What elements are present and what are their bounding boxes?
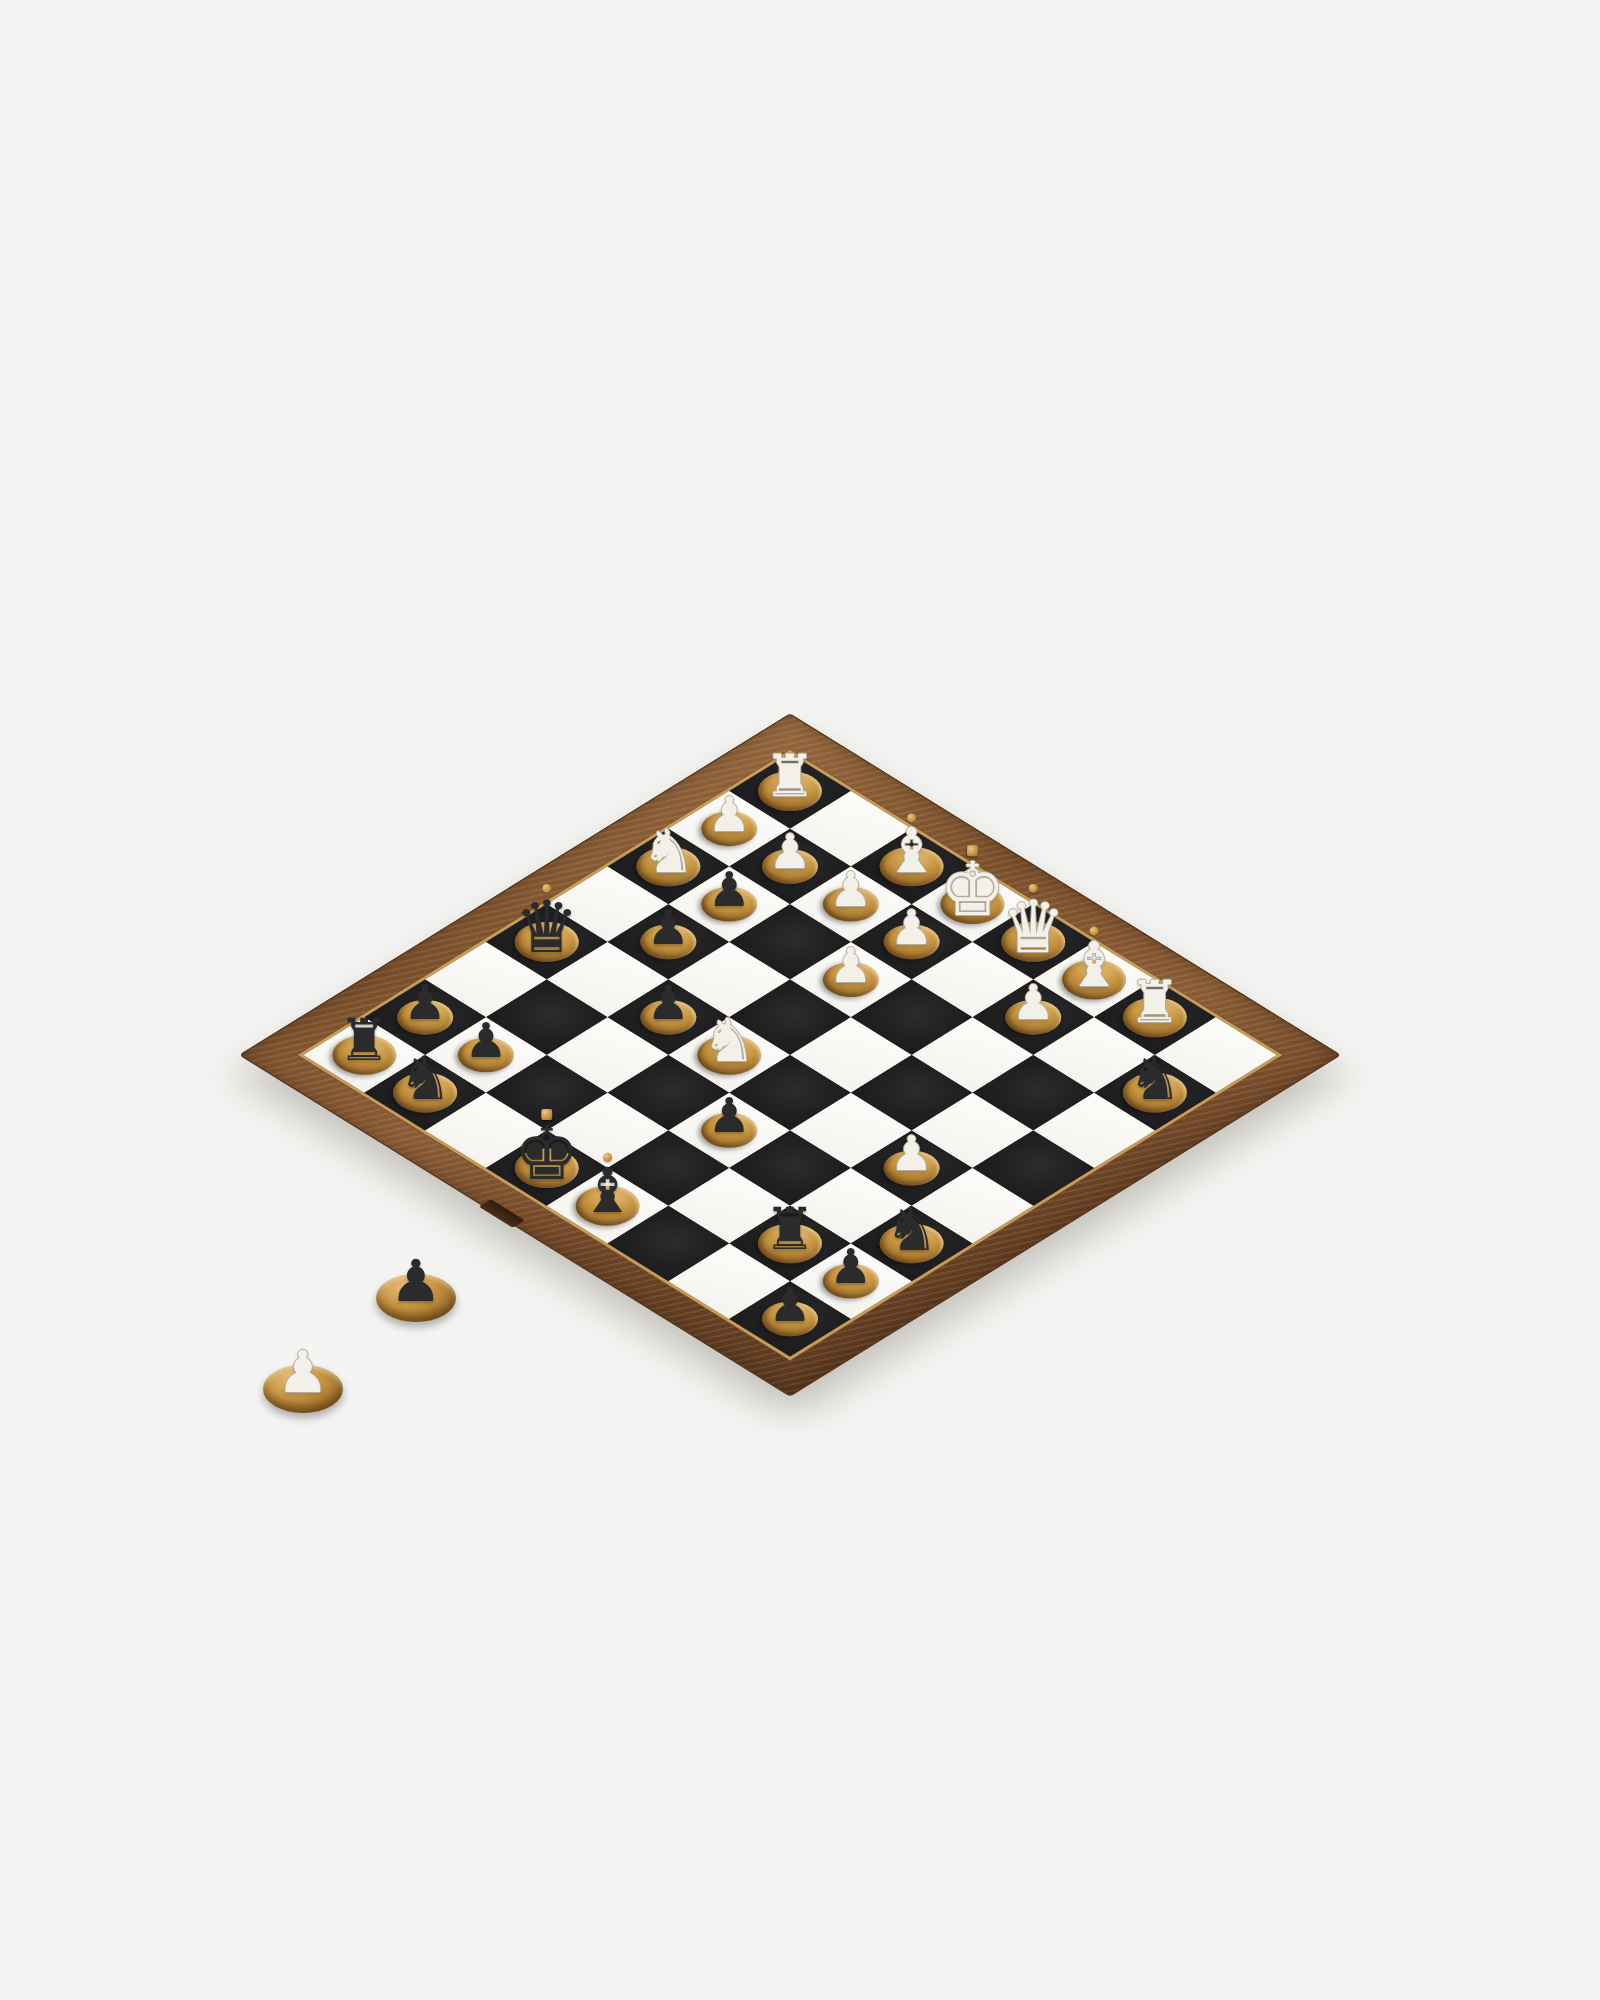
- frame-notch: [479, 1199, 525, 1227]
- white-pawn-glyph: ♟: [1012, 978, 1055, 1026]
- white-pawn[interactable]: ♟: [808, 922, 894, 1008]
- white-pawn-glyph: ♟: [277, 1343, 329, 1401]
- black-knight[interactable]: ♞: [1112, 1035, 1198, 1121]
- gold-finial-icon: [907, 813, 916, 822]
- gold-finial-icon: [541, 1109, 552, 1120]
- white-rook[interactable]: ♜: [1112, 959, 1198, 1045]
- captured-white-pawn[interactable]: ♟: [255, 1283, 351, 1413]
- black-pawn-glyph: ♟: [647, 903, 690, 951]
- black-bishop[interactable]: ♝: [565, 1148, 651, 1234]
- captured-black-pawn[interactable]: ♟: [368, 1192, 464, 1322]
- black-bishop-glyph: ♝: [580, 1160, 636, 1222]
- gold-finial-icon: [1029, 884, 1038, 893]
- black-pawn-glyph: ♟: [390, 1252, 442, 1310]
- black-pawn[interactable]: ♟: [686, 1072, 772, 1158]
- black-pawn[interactable]: ♟: [625, 884, 711, 970]
- white-pawn-glyph: ♟: [890, 903, 933, 951]
- white-knight[interactable]: ♞: [686, 997, 772, 1083]
- black-pawn-glyph: ♟: [708, 1091, 751, 1139]
- black-knight[interactable]: ♞: [382, 1035, 468, 1121]
- white-pawn[interactable]: ♟: [869, 1110, 955, 1196]
- page-background: ♜♝♚♛♝♜♟♟♟♟♟♞♞♟♟♟♛♟♞♟♟♞♟♟♜♟♜♞♚♝♟ ♟♟: [0, 0, 1600, 2000]
- black-pawn-glyph: ♟: [768, 1280, 811, 1328]
- white-pawn-glyph: ♟: [708, 790, 751, 838]
- gold-finial-icon: [603, 1153, 612, 1162]
- black-queen[interactable]: ♛: [504, 884, 590, 970]
- black-pawn-glyph: ♟: [708, 865, 751, 913]
- gold-finial-icon: [967, 845, 978, 856]
- black-knight-glyph: ♞: [1128, 1048, 1182, 1108]
- black-knight-glyph: ♞: [398, 1048, 452, 1108]
- white-pawn[interactable]: ♟: [990, 959, 1076, 1045]
- white-pawn-glyph: ♟: [829, 941, 872, 989]
- board-scene: ♜♝♚♛♝♜♟♟♟♟♟♞♞♟♟♟♛♟♞♟♟♞♟♟♜♟♜♞♚♝♟: [400, 813, 1180, 1297]
- white-pawn-glyph: ♟: [890, 1129, 933, 1177]
- white-pawn-glyph: ♟: [829, 865, 872, 913]
- black-pawn-glyph: ♟: [829, 1242, 872, 1290]
- black-pawn-glyph: ♟: [404, 978, 447, 1026]
- white-pawn-glyph: ♟: [768, 827, 811, 875]
- black-pawn-glyph: ♟: [647, 978, 690, 1026]
- white-rook-glyph: ♜: [1129, 973, 1181, 1031]
- gold-finial-icon: [1090, 927, 1099, 936]
- gold-finial-icon: [542, 884, 551, 893]
- black-pawn[interactable]: ♟: [747, 1261, 833, 1347]
- black-pawn-glyph: ♟: [464, 1016, 507, 1064]
- white-knight-glyph: ♞: [702, 1010, 756, 1070]
- board-square[interactable]: ♟: [729, 1281, 851, 1356]
- black-queen-glyph: ♛: [514, 891, 579, 963]
